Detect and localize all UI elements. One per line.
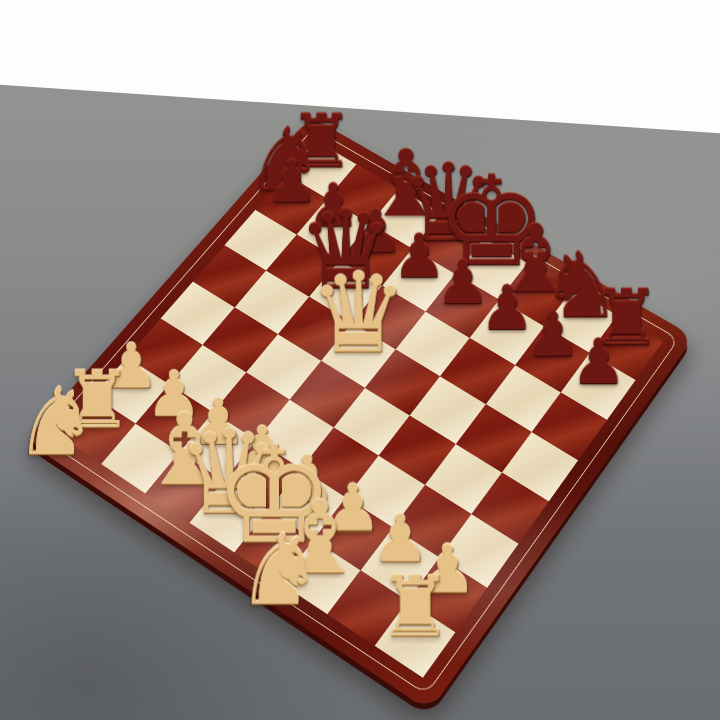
piece-white-knight-g1[interactable]: ♞	[236, 521, 324, 619]
piece-red-pawn-h7[interactable]: ♟	[570, 332, 626, 394]
piece-white-knight-b1[interactable]: ♞	[14, 375, 98, 469]
studio-scene: ♜♞♝♛♚♝♞♜♟♟♟♟♟♟♟♟♛♛♟♟♟♟♟♟♟♟♜♞♝♛♚♝♞♜	[0, 0, 720, 720]
piece-white-rook-h1[interactable]: ♜	[378, 565, 453, 649]
piece-white-queen-d5[interactable]: ♛	[309, 257, 408, 368]
